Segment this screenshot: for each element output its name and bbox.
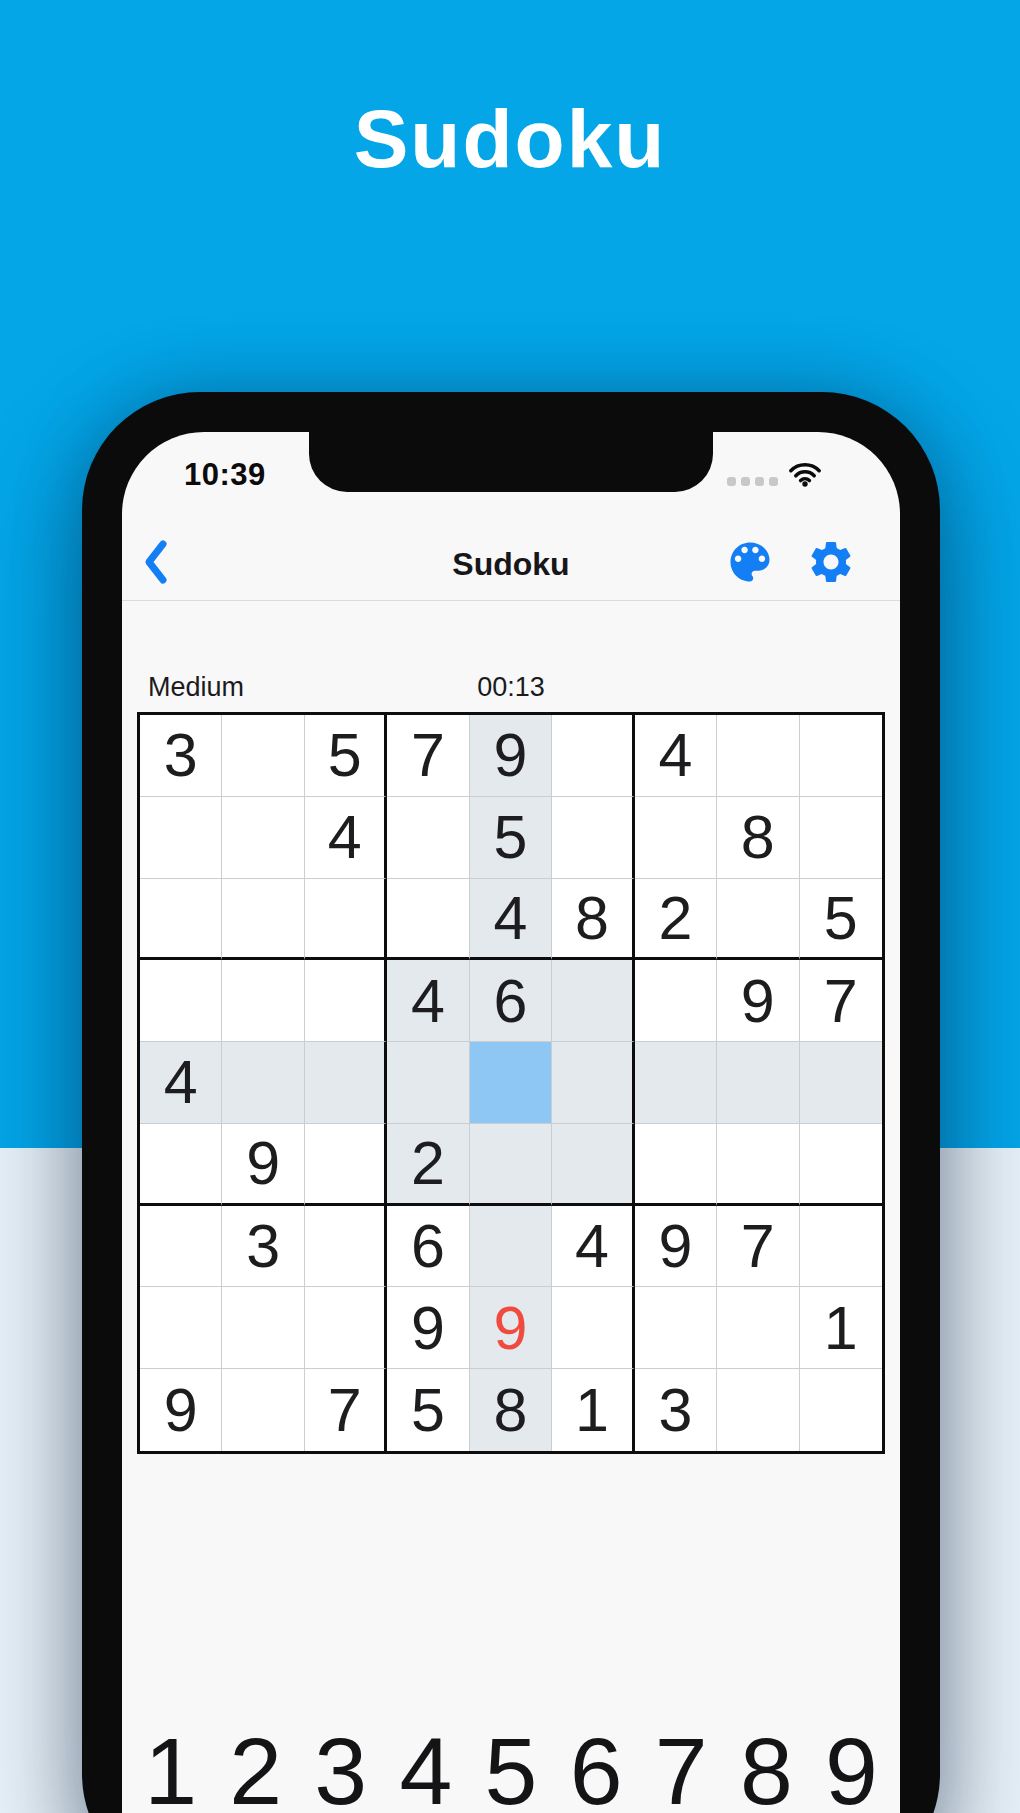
sudoku-cell-r5c8[interactable] bbox=[717, 1042, 799, 1124]
numpad: 123456789 bbox=[128, 1724, 894, 1813]
status-icons bbox=[727, 460, 822, 491]
sudoku-cell-r7c2[interactable]: 3 bbox=[222, 1206, 304, 1288]
palette-icon bbox=[724, 536, 776, 592]
nav-divider bbox=[122, 600, 900, 601]
sudoku-cell-r9c2[interactable] bbox=[222, 1369, 304, 1451]
wifi-icon bbox=[788, 460, 822, 491]
sudoku-cell-r2c2[interactable] bbox=[222, 797, 304, 879]
sudoku-cell-r3c4[interactable] bbox=[387, 879, 469, 961]
sudoku-cell-r2c8[interactable]: 8 bbox=[717, 797, 799, 879]
timer-label: 00:13 bbox=[148, 670, 874, 704]
back-button[interactable] bbox=[142, 539, 168, 589]
sudoku-cell-r8c8[interactable] bbox=[717, 1287, 799, 1369]
signal-dot bbox=[741, 477, 750, 486]
sudoku-cell-r6c8[interactable] bbox=[717, 1124, 799, 1206]
sudoku-cell-r7c7[interactable]: 9 bbox=[635, 1206, 717, 1288]
sudoku-cell-r3c7[interactable]: 2 bbox=[635, 879, 717, 961]
sudoku-cell-r8c4[interactable]: 9 bbox=[387, 1287, 469, 1369]
numpad-key-9[interactable]: 9 bbox=[809, 1724, 894, 1813]
sudoku-cell-r2c1[interactable] bbox=[140, 797, 222, 879]
gear-icon bbox=[806, 537, 856, 591]
sudoku-cell-r5c9[interactable] bbox=[800, 1042, 882, 1124]
sudoku-cell-r3c6[interactable]: 8 bbox=[552, 879, 634, 961]
sudoku-cell-r1c6[interactable] bbox=[552, 715, 634, 797]
sudoku-cell-r5c6[interactable] bbox=[552, 1042, 634, 1124]
nav-actions bbox=[724, 536, 856, 592]
sudoku-cell-r2c5[interactable]: 5 bbox=[470, 797, 552, 879]
nav-bar: Sudoku bbox=[122, 528, 900, 600]
sudoku-cell-r9c4[interactable]: 5 bbox=[387, 1369, 469, 1451]
sudoku-cell-r6c9[interactable] bbox=[800, 1124, 882, 1206]
sudoku-cell-r5c3[interactable] bbox=[305, 1042, 387, 1124]
sudoku-board: 357944584825469749236497991975813 bbox=[137, 712, 885, 1454]
sudoku-cell-r3c1[interactable] bbox=[140, 879, 222, 961]
sudoku-cell-r8c1[interactable] bbox=[140, 1287, 222, 1369]
sudoku-cell-r1c3[interactable]: 5 bbox=[305, 715, 387, 797]
sudoku-cell-r4c7[interactable] bbox=[635, 960, 717, 1042]
sudoku-cell-r1c5[interactable]: 9 bbox=[470, 715, 552, 797]
status-time: 10:39 bbox=[184, 457, 266, 493]
sudoku-cell-r4c1[interactable] bbox=[140, 960, 222, 1042]
signal-dot bbox=[727, 477, 736, 486]
numpad-key-7[interactable]: 7 bbox=[639, 1724, 724, 1813]
sudoku-cell-r4c5[interactable]: 6 bbox=[470, 960, 552, 1042]
sudoku-cell-r6c2[interactable]: 9 bbox=[222, 1124, 304, 1206]
sudoku-cell-r3c8[interactable] bbox=[717, 879, 799, 961]
sudoku-cell-r7c9[interactable] bbox=[800, 1206, 882, 1288]
sudoku-cell-r1c9[interactable] bbox=[800, 715, 882, 797]
sudoku-cell-r3c3[interactable] bbox=[305, 879, 387, 961]
chevron-left-icon bbox=[142, 539, 168, 589]
sudoku-cell-r8c7[interactable] bbox=[635, 1287, 717, 1369]
sudoku-cell-r7c8[interactable]: 7 bbox=[717, 1206, 799, 1288]
sudoku-cell-r6c7[interactable] bbox=[635, 1124, 717, 1206]
sudoku-cell-r6c5[interactable] bbox=[470, 1124, 552, 1206]
sudoku-cell-r5c4[interactable] bbox=[387, 1042, 469, 1124]
sudoku-cell-r9c6[interactable]: 1 bbox=[552, 1369, 634, 1451]
sudoku-cell-r2c4[interactable] bbox=[387, 797, 469, 879]
status-bar: 10:39 bbox=[184, 456, 822, 494]
sudoku-cell-r2c9[interactable] bbox=[800, 797, 882, 879]
cellular-signal-icon bbox=[727, 477, 778, 491]
sudoku-cell-r8c9[interactable]: 1 bbox=[800, 1287, 882, 1369]
sudoku-cell-r9c7[interactable]: 3 bbox=[635, 1369, 717, 1451]
numpad-key-8[interactable]: 8 bbox=[724, 1724, 809, 1813]
sudoku-cell-r1c4[interactable]: 7 bbox=[387, 715, 469, 797]
sudoku-cell-r6c6[interactable] bbox=[552, 1124, 634, 1206]
game-hud: Medium 00:13 bbox=[148, 670, 874, 704]
sudoku-cell-r8c2[interactable] bbox=[222, 1287, 304, 1369]
sudoku-cell-r3c2[interactable] bbox=[222, 879, 304, 961]
sudoku-cell-r4c9[interactable]: 7 bbox=[800, 960, 882, 1042]
sudoku-cell-r8c5[interactable]: 9 bbox=[470, 1287, 552, 1369]
sudoku-cell-r7c6[interactable]: 4 bbox=[552, 1206, 634, 1288]
settings-button[interactable] bbox=[806, 537, 856, 591]
sudoku-cell-r2c3[interactable]: 4 bbox=[305, 797, 387, 879]
sudoku-cell-r3c9[interactable]: 5 bbox=[800, 879, 882, 961]
sudoku-cell-r1c1[interactable]: 3 bbox=[140, 715, 222, 797]
numpad-key-5[interactable]: 5 bbox=[468, 1724, 553, 1813]
sudoku-cell-r4c3[interactable] bbox=[305, 960, 387, 1042]
sudoku-cell-r9c5[interactable]: 8 bbox=[470, 1369, 552, 1451]
phone-screen: 10:39 bbox=[122, 432, 900, 1813]
sudoku-cell-r7c1[interactable] bbox=[140, 1206, 222, 1288]
sudoku-cell-r1c8[interactable] bbox=[717, 715, 799, 797]
sudoku-cell-r2c7[interactable] bbox=[635, 797, 717, 879]
sudoku-cell-r4c8[interactable]: 9 bbox=[717, 960, 799, 1042]
numpad-key-4[interactable]: 4 bbox=[383, 1724, 468, 1813]
numpad-key-1[interactable]: 1 bbox=[128, 1724, 213, 1813]
sudoku-cell-r8c6[interactable] bbox=[552, 1287, 634, 1369]
banner-title: Sudoku bbox=[0, 92, 1020, 186]
sudoku-cell-r4c4[interactable]: 4 bbox=[387, 960, 469, 1042]
sudoku-cell-r6c3[interactable] bbox=[305, 1124, 387, 1206]
sudoku-cell-r2c6[interactable] bbox=[552, 797, 634, 879]
signal-dot bbox=[755, 477, 764, 486]
sudoku-cell-r6c1[interactable] bbox=[140, 1124, 222, 1206]
sudoku-cell-r5c1[interactable]: 4 bbox=[140, 1042, 222, 1124]
phone-mockup: 10:39 bbox=[82, 392, 940, 1813]
sudoku-cell-r7c4[interactable]: 6 bbox=[387, 1206, 469, 1288]
numpad-key-2[interactable]: 2 bbox=[213, 1724, 298, 1813]
numpad-key-6[interactable]: 6 bbox=[554, 1724, 639, 1813]
sudoku-cell-r6c4[interactable]: 2 bbox=[387, 1124, 469, 1206]
sudoku-cell-r5c7[interactable] bbox=[635, 1042, 717, 1124]
sudoku-cell-r8c3[interactable] bbox=[305, 1287, 387, 1369]
sudoku-cell-r4c2[interactable] bbox=[222, 960, 304, 1042]
sudoku-cell-r9c3[interactable]: 7 bbox=[305, 1369, 387, 1451]
sudoku-cell-r1c2[interactable] bbox=[222, 715, 304, 797]
sudoku-cell-r4c6[interactable] bbox=[552, 960, 634, 1042]
sudoku-cell-r5c5[interactable] bbox=[470, 1042, 552, 1124]
sudoku-cell-r9c1[interactable]: 9 bbox=[140, 1369, 222, 1451]
sudoku-cell-r7c3[interactable] bbox=[305, 1206, 387, 1288]
sudoku-cell-r1c7[interactable]: 4 bbox=[635, 715, 717, 797]
numpad-key-3[interactable]: 3 bbox=[298, 1724, 383, 1813]
sudoku-cell-r9c9[interactable] bbox=[800, 1369, 882, 1451]
sudoku-cell-r9c8[interactable] bbox=[717, 1369, 799, 1451]
theme-palette-button[interactable] bbox=[724, 536, 776, 592]
sudoku-cell-r5c2[interactable] bbox=[222, 1042, 304, 1124]
sudoku-cell-r7c5[interactable] bbox=[470, 1206, 552, 1288]
sudoku-cell-r3c5[interactable]: 4 bbox=[470, 879, 552, 961]
signal-dot bbox=[769, 477, 778, 486]
